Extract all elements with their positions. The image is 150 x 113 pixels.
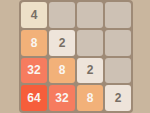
tile-8: 8 (49, 58, 75, 84)
empty-cell (105, 30, 131, 56)
empty-cell (105, 58, 131, 84)
game-board-2048[interactable]: 4823282643282 (19, 0, 133, 113)
tile-4: 4 (21, 2, 47, 28)
tile-8: 8 (77, 85, 103, 111)
empty-cell (77, 2, 103, 28)
tile-2: 2 (49, 30, 75, 56)
tile-64: 64 (21, 85, 47, 111)
tile-32: 32 (49, 85, 75, 111)
tile-32: 32 (21, 58, 47, 84)
empty-cell (77, 30, 103, 56)
tile-8: 8 (21, 30, 47, 56)
empty-cell (105, 2, 131, 28)
empty-cell (49, 2, 75, 28)
tile-2: 2 (105, 85, 131, 111)
tile-2: 2 (77, 58, 103, 84)
